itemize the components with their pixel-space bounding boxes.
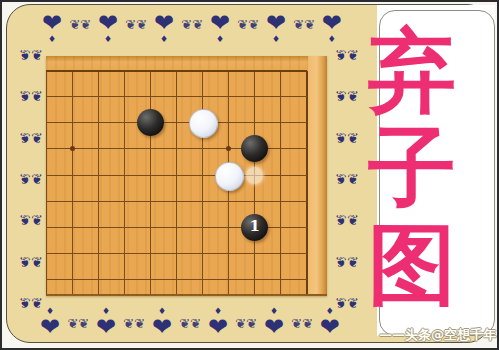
title-character-1: 弃 [364,22,460,119]
stone-black [137,109,164,136]
grid-line-horizontal [46,201,307,202]
watermark-text: ——头条@空想千年 [368,326,496,344]
diagram-title: 弃 子 图 [364,22,460,313]
grid-line-horizontal [46,253,307,254]
grid-line-vertical [306,71,308,295]
grid-line-vertical [202,71,203,295]
grid-line-horizontal [46,122,307,123]
stone-white [215,162,244,191]
star-point [70,146,75,151]
title-character-3: 图 [364,216,460,313]
stone-black [241,135,268,162]
grid-line-horizontal [46,96,307,97]
ghost-stone-marker [246,167,263,184]
go-diagram-image: ❤♦❦❦❤♦❦❦❤♦❦❦❤♦❦❦❤♦❦❦❤♦ ❤♦❦❦❤♦❦❦❤♦❦❦❤♦❦❦❤… [0,0,499,350]
grid-line-vertical [46,71,47,295]
title-character-2: 子 [364,119,460,216]
star-point [226,146,231,151]
grid-line-horizontal [46,175,307,176]
board-right-margin [308,56,327,294]
grid-line-horizontal [46,227,307,228]
grid-line-horizontal [46,70,307,72]
stone-white [189,109,218,138]
move-1-stone-black: 1 [241,214,268,241]
grid-line-horizontal [46,148,307,149]
grid-line-vertical [98,71,99,295]
grid-line-vertical [176,71,177,295]
stone-number-label: 1 [250,219,260,234]
grid-line-horizontal [46,279,307,280]
grid-line-vertical [124,71,125,295]
grid-line-vertical [150,71,151,295]
grid-line-vertical [280,71,281,295]
grid-line-vertical [72,71,73,295]
go-board: 1 [46,56,327,296]
